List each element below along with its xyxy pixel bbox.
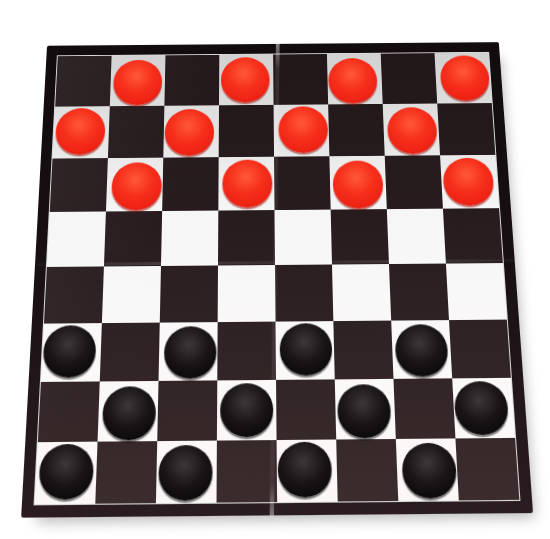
square-r6c4[interactable] — [217, 322, 276, 381]
black-piece[interactable] — [38, 444, 95, 500]
square-r1c1[interactable] — [55, 56, 111, 107]
red-piece[interactable] — [278, 106, 329, 153]
square-r1c2[interactable] — [110, 55, 166, 106]
black-piece[interactable] — [277, 442, 333, 498]
square-r4c5[interactable] — [275, 210, 332, 265]
black-piece[interactable] — [394, 324, 449, 376]
square-r7c1[interactable] — [38, 381, 100, 442]
square-r4c2[interactable] — [104, 211, 162, 266]
red-piece[interactable] — [54, 108, 106, 155]
square-r6c6[interactable] — [333, 321, 393, 380]
black-piece[interactable] — [158, 445, 214, 501]
square-r8c4[interactable] — [217, 440, 278, 503]
black-piece[interactable] — [163, 326, 217, 378]
square-r4c4[interactable] — [218, 210, 275, 265]
black-piece[interactable] — [336, 384, 392, 438]
black-piece[interactable] — [101, 386, 156, 440]
red-piece[interactable] — [439, 55, 491, 100]
square-r6c3[interactable] — [159, 322, 218, 381]
square-r7c2[interactable] — [98, 381, 159, 442]
square-r1c6[interactable] — [327, 54, 383, 105]
black-piece[interactable] — [453, 381, 510, 435]
red-piece[interactable] — [442, 158, 496, 206]
square-r8c8[interactable] — [455, 438, 519, 501]
square-r7c7[interactable] — [393, 378, 455, 439]
square-r6c2[interactable] — [100, 323, 160, 382]
square-r4c8[interactable] — [443, 208, 503, 263]
square-r2c3[interactable] — [163, 105, 219, 157]
square-r2c7[interactable] — [383, 104, 440, 156]
square-r5c8[interactable] — [446, 263, 507, 320]
square-r8c2[interactable] — [95, 441, 157, 504]
square-r1c8[interactable] — [434, 53, 491, 104]
square-r5c2[interactable] — [102, 266, 161, 323]
square-r6c8[interactable] — [449, 320, 511, 379]
square-r8c3[interactable] — [156, 441, 217, 504]
square-r3c8[interactable] — [440, 155, 499, 209]
square-r5c1[interactable] — [44, 266, 104, 323]
checkers-board — [35, 53, 520, 505]
square-r3c7[interactable] — [385, 155, 443, 209]
square-r8c6[interactable] — [336, 439, 398, 502]
square-r2c2[interactable] — [108, 106, 165, 158]
red-piece[interactable] — [386, 107, 438, 154]
red-piece[interactable] — [328, 58, 379, 103]
square-r5c6[interactable] — [332, 264, 391, 321]
square-r7c8[interactable] — [452, 378, 515, 439]
square-r2c5[interactable] — [274, 104, 330, 156]
red-piece[interactable] — [222, 160, 273, 208]
square-r5c7[interactable] — [389, 264, 449, 321]
square-r1c4[interactable] — [219, 54, 274, 105]
square-r6c7[interactable] — [391, 320, 452, 379]
square-r8c1[interactable] — [35, 442, 98, 505]
square-r4c6[interactable] — [331, 209, 389, 264]
black-piece[interactable] — [220, 383, 274, 437]
black-piece[interactable] — [279, 323, 333, 375]
square-r4c7[interactable] — [387, 209, 446, 264]
square-r7c5[interactable] — [276, 379, 336, 440]
red-piece[interactable] — [332, 161, 384, 209]
square-r3c6[interactable] — [329, 156, 386, 210]
square-r8c7[interactable] — [396, 438, 459, 501]
square-r3c3[interactable] — [162, 157, 219, 211]
checkers-board-mat — [21, 42, 533, 517]
board-inner-frame — [34, 52, 521, 506]
square-r7c4[interactable] — [217, 380, 277, 441]
square-r2c6[interactable] — [328, 104, 385, 156]
square-r7c3[interactable] — [157, 380, 217, 441]
square-r1c5[interactable] — [273, 54, 328, 105]
square-r2c8[interactable] — [437, 103, 495, 155]
square-r5c4[interactable] — [218, 265, 276, 322]
black-piece[interactable] — [401, 443, 458, 499]
square-r4c3[interactable] — [161, 211, 218, 266]
square-r6c1[interactable] — [41, 323, 102, 382]
square-r1c3[interactable] — [164, 55, 219, 106]
square-r2c1[interactable] — [52, 106, 109, 158]
square-r3c2[interactable] — [106, 158, 163, 212]
square-r6c5[interactable] — [276, 321, 335, 380]
square-r3c4[interactable] — [218, 157, 274, 211]
square-r1c7[interactable] — [381, 53, 438, 104]
red-piece[interactable] — [110, 162, 162, 210]
square-r5c3[interactable] — [160, 265, 218, 322]
photo-stage — [0, 0, 550, 539]
red-piece[interactable] — [164, 109, 215, 156]
square-r4c1[interactable] — [47, 211, 106, 266]
red-piece[interactable] — [112, 60, 163, 105]
square-r3c5[interactable] — [274, 156, 331, 210]
square-r2c4[interactable] — [219, 105, 274, 157]
red-piece[interactable] — [221, 57, 271, 102]
square-r8c5[interactable] — [277, 440, 338, 503]
square-r7c6[interactable] — [335, 379, 396, 440]
square-r5c5[interactable] — [275, 265, 333, 322]
black-piece[interactable] — [42, 325, 97, 377]
square-r3c1[interactable] — [50, 158, 108, 212]
